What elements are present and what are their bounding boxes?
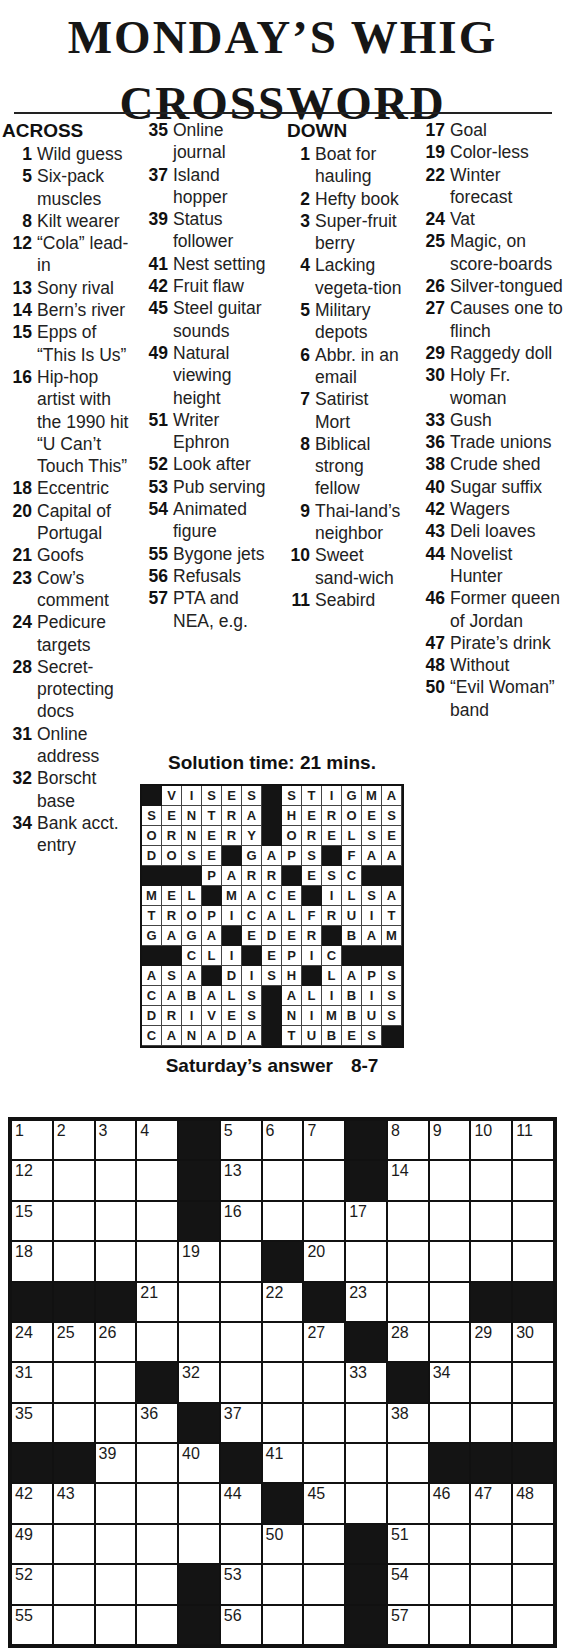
answer-block-cell bbox=[302, 966, 322, 986]
answer-block-cell bbox=[362, 946, 382, 966]
grid-cell[interactable]: 4 bbox=[136, 1120, 178, 1160]
cell-number: 7 bbox=[307, 1122, 316, 1140]
across-clue-list-2: 35Online journal37Island hopper39Status … bbox=[138, 119, 272, 632]
grid-cell[interactable] bbox=[95, 1201, 137, 1241]
grid-cell[interactable] bbox=[470, 1524, 512, 1564]
grid-cell[interactable] bbox=[387, 1201, 429, 1241]
grid-cell[interactable]: 5 bbox=[220, 1120, 262, 1160]
clue-text: Winter forecast bbox=[450, 164, 564, 209]
cell-number: 42 bbox=[15, 1485, 33, 1503]
grid-cell[interactable] bbox=[220, 1362, 262, 1402]
grid-cell[interactable] bbox=[95, 1483, 137, 1523]
grid-cell[interactable] bbox=[303, 1443, 345, 1483]
grid-cell[interactable] bbox=[470, 1362, 512, 1402]
grid-cell[interactable] bbox=[220, 1524, 262, 1564]
grid-cell[interactable]: 3 bbox=[95, 1120, 137, 1160]
cell-number: 10 bbox=[474, 1122, 492, 1140]
cell-number: 6 bbox=[266, 1122, 275, 1140]
down-clues-column-1: DOWN 1Boat for hauling2Hefty book3Super-… bbox=[272, 119, 405, 611]
clue-item: 40Sugar suffix bbox=[407, 476, 564, 498]
grid-cell[interactable] bbox=[429, 1160, 471, 1200]
cell-number: 31 bbox=[15, 1364, 33, 1382]
clue-item: 4Lacking vegeta-tion bbox=[272, 254, 405, 299]
clue-item: 21Goofs bbox=[2, 544, 136, 566]
grid-cell[interactable] bbox=[95, 1564, 137, 1604]
block-cell bbox=[345, 1605, 387, 1645]
grid-cell[interactable] bbox=[303, 1524, 345, 1564]
clue-number: 36 bbox=[407, 431, 450, 453]
answer-letter-cell: I bbox=[362, 986, 382, 1006]
grid-cell[interactable] bbox=[136, 1443, 178, 1483]
grid-cell[interactable]: 19 bbox=[178, 1241, 220, 1281]
grid-cell[interactable] bbox=[95, 1524, 137, 1564]
clue-item: 1Boat for hauling bbox=[272, 143, 405, 188]
answer-letter-cell: A bbox=[382, 846, 402, 866]
answer-letter-cell: G bbox=[142, 926, 162, 946]
grid-cell[interactable]: 14 bbox=[387, 1160, 429, 1200]
grid-cell[interactable]: 50 bbox=[262, 1524, 304, 1564]
grid-cell[interactable] bbox=[303, 1201, 345, 1241]
cell-number: 47 bbox=[474, 1485, 492, 1503]
grid-cell[interactable] bbox=[470, 1403, 512, 1443]
cell-number: 30 bbox=[516, 1324, 534, 1342]
grid-cell[interactable] bbox=[53, 1524, 95, 1564]
answer-letter-cell: A bbox=[362, 846, 382, 866]
answer-letter-cell: N bbox=[182, 1026, 202, 1046]
clue-item: 27Causes one to flinch bbox=[407, 297, 564, 342]
clue-text: Nest setting bbox=[173, 253, 272, 275]
clue-item: 33Gush bbox=[407, 409, 564, 431]
grid-cell[interactable]: 49 bbox=[11, 1524, 53, 1564]
clue-number: 2 bbox=[272, 188, 315, 210]
across-clue-list-1: 1Wild guess5Six-pack muscles8Kilt wearer… bbox=[2, 143, 136, 857]
clue-text: Abbr. in an email bbox=[315, 344, 405, 389]
grid-cell[interactable] bbox=[303, 1403, 345, 1443]
block-cell bbox=[11, 1282, 53, 1322]
clue-text: Wagers bbox=[450, 498, 564, 520]
answer-letter-cell: E bbox=[162, 806, 182, 826]
answer-letter-cell: G bbox=[242, 846, 262, 866]
grid-cell[interactable] bbox=[512, 1605, 554, 1645]
cell-number: 36 bbox=[140, 1405, 158, 1423]
clue-number: 30 bbox=[407, 364, 450, 409]
grid-cell[interactable] bbox=[220, 1282, 262, 1322]
grid-cell[interactable]: 21 bbox=[136, 1282, 178, 1322]
answer-letter-cell: R bbox=[162, 1006, 182, 1026]
grid-cell[interactable]: 47 bbox=[470, 1483, 512, 1523]
grid-cell[interactable] bbox=[512, 1403, 554, 1443]
grid-cell[interactable]: 35 bbox=[11, 1403, 53, 1443]
grid-cell[interactable] bbox=[220, 1241, 262, 1281]
answer-letter-cell: D bbox=[262, 926, 282, 946]
clue-number: 52 bbox=[138, 453, 173, 475]
grid-cell[interactable] bbox=[53, 1241, 95, 1281]
answer-letter-cell: I bbox=[182, 1006, 202, 1026]
answer-letter-cell: R bbox=[322, 906, 342, 926]
grid-cell[interactable] bbox=[95, 1605, 137, 1645]
grid-cell[interactable] bbox=[262, 1201, 304, 1241]
grid-cell[interactable]: 7 bbox=[303, 1120, 345, 1160]
grid-cell[interactable] bbox=[512, 1241, 554, 1281]
grid-cell[interactable] bbox=[53, 1160, 95, 1200]
clue-item: 24Vat bbox=[407, 208, 564, 230]
answer-letter-cell: A bbox=[262, 846, 282, 866]
grid-cell[interactable]: 51 bbox=[387, 1524, 429, 1564]
grid-cell[interactable] bbox=[512, 1362, 554, 1402]
clue-number: 14 bbox=[2, 299, 37, 321]
block-cell bbox=[303, 1282, 345, 1322]
answer-letter-cell: I bbox=[322, 986, 342, 1006]
clue-item: 25Magic, on score-boards bbox=[407, 230, 564, 275]
clue-text: Lacking vegeta-tion bbox=[315, 254, 405, 299]
grid-cell[interactable] bbox=[53, 1605, 95, 1645]
grid-cell[interactable]: 33 bbox=[345, 1362, 387, 1402]
answer-block-cell bbox=[142, 946, 162, 966]
grid-cell[interactable] bbox=[470, 1241, 512, 1281]
clue-item: 45Steel guitar sounds bbox=[138, 297, 272, 342]
grid-cell[interactable] bbox=[262, 1322, 304, 1362]
answer-letter-cell: R bbox=[242, 866, 262, 886]
grid-cell[interactable] bbox=[345, 1403, 387, 1443]
answer-letter-cell: R bbox=[302, 926, 322, 946]
answer-block-cell bbox=[362, 866, 382, 886]
clue-number: 24 bbox=[2, 611, 37, 656]
grid-cell[interactable] bbox=[387, 1483, 429, 1523]
clue-text: Novelist Hunter bbox=[450, 543, 564, 588]
clue-number: 35 bbox=[138, 119, 173, 164]
grid-cell[interactable]: 15 bbox=[11, 1201, 53, 1241]
answer-letter-cell: L bbox=[342, 826, 362, 846]
grid-cell[interactable] bbox=[429, 1322, 471, 1362]
answer-letter-cell: L bbox=[202, 946, 222, 966]
answer-letter-cell: S bbox=[142, 806, 162, 826]
clue-item: 26Silver-tongued bbox=[407, 275, 564, 297]
answer-letter-cell: S bbox=[382, 986, 402, 1006]
grid-cell[interactable]: 24 bbox=[11, 1322, 53, 1362]
grid-cell[interactable] bbox=[387, 1241, 429, 1281]
grid-cell[interactable] bbox=[136, 1322, 178, 1362]
cell-number: 29 bbox=[474, 1324, 492, 1342]
answer-letter-cell: A bbox=[382, 786, 402, 806]
grid-cell[interactable] bbox=[136, 1564, 178, 1604]
grid-cell[interactable] bbox=[136, 1524, 178, 1564]
grid-cell[interactable] bbox=[470, 1605, 512, 1645]
cell-number: 40 bbox=[182, 1445, 200, 1463]
cell-number: 53 bbox=[224, 1566, 242, 1584]
clue-number: 43 bbox=[407, 520, 450, 542]
cell-number: 56 bbox=[224, 1607, 242, 1625]
clue-item: 31Online address bbox=[2, 723, 136, 768]
grid-cell[interactable]: 28 bbox=[387, 1322, 429, 1362]
clue-item: 6Abbr. in an email bbox=[272, 344, 405, 389]
cell-number: 22 bbox=[266, 1284, 284, 1302]
cell-number: 35 bbox=[15, 1405, 33, 1423]
clue-item: 14Bern’s river bbox=[2, 299, 136, 321]
answer-block-cell bbox=[322, 926, 342, 946]
cell-number: 15 bbox=[15, 1203, 33, 1221]
clue-number: 3 bbox=[272, 210, 315, 255]
answer-letter-cell: E bbox=[302, 866, 322, 886]
grid-cell[interactable] bbox=[220, 1322, 262, 1362]
grid-cell[interactable] bbox=[95, 1241, 137, 1281]
clue-text: Goal bbox=[450, 119, 564, 141]
cell-number: 44 bbox=[224, 1485, 242, 1503]
grid-cell[interactable] bbox=[345, 1443, 387, 1483]
grid-cell[interactable]: 20 bbox=[303, 1241, 345, 1281]
grid-cell[interactable]: 32 bbox=[178, 1362, 220, 1402]
grid-cell[interactable] bbox=[178, 1282, 220, 1322]
clue-number: 8 bbox=[2, 210, 37, 232]
answer-letter-cell: G bbox=[182, 926, 202, 946]
clue-number: 42 bbox=[407, 498, 450, 520]
grid-cell[interactable]: 52 bbox=[11, 1564, 53, 1604]
clue-number: 18 bbox=[2, 477, 37, 499]
answer-letter-cell: A bbox=[202, 986, 222, 1006]
answer-letter-cell: A bbox=[362, 926, 382, 946]
solution-caption: Saturday’s answer bbox=[166, 1055, 333, 1077]
grid-cell[interactable]: 13 bbox=[220, 1160, 262, 1200]
grid-cell[interactable] bbox=[53, 1403, 95, 1443]
grid-cell[interactable] bbox=[429, 1201, 471, 1241]
answer-letter-cell: S bbox=[162, 966, 182, 986]
clue-text: Silver-tongued bbox=[450, 275, 564, 297]
clue-number: 49 bbox=[138, 342, 173, 409]
clue-number: 38 bbox=[407, 453, 450, 475]
grid-cell[interactable]: 36 bbox=[136, 1403, 178, 1443]
grid-cell[interactable]: 31 bbox=[11, 1362, 53, 1402]
grid-cell[interactable] bbox=[178, 1483, 220, 1523]
grid-cell[interactable]: 37 bbox=[220, 1403, 262, 1443]
grid-cell[interactable] bbox=[136, 1241, 178, 1281]
grid-cell[interactable] bbox=[429, 1241, 471, 1281]
grid-cell[interactable] bbox=[387, 1282, 429, 1322]
clue-number: 26 bbox=[407, 275, 450, 297]
answer-letter-cell: I bbox=[322, 886, 342, 906]
answer-letter-cell: F bbox=[302, 906, 322, 926]
grid-cell[interactable]: 2 bbox=[53, 1120, 95, 1160]
grid-cell[interactable] bbox=[429, 1564, 471, 1604]
cell-number: 41 bbox=[266, 1445, 284, 1463]
grid-cell[interactable] bbox=[136, 1605, 178, 1645]
answer-letter-cell: I bbox=[362, 906, 382, 926]
grid-cell[interactable] bbox=[345, 1241, 387, 1281]
answer-letter-cell: S bbox=[242, 1006, 262, 1026]
grid-cell[interactable] bbox=[262, 1564, 304, 1604]
grid-cell[interactable]: 38 bbox=[387, 1403, 429, 1443]
clue-item: 24Pedicure targets bbox=[2, 611, 136, 656]
grid-cell[interactable] bbox=[470, 1160, 512, 1200]
answer-block-cell bbox=[142, 866, 162, 886]
grid-cell[interactable]: 17 bbox=[345, 1201, 387, 1241]
clue-text: Hefty book bbox=[315, 188, 405, 210]
grid-cell[interactable]: 30 bbox=[512, 1322, 554, 1362]
grid-cell[interactable] bbox=[303, 1362, 345, 1402]
grid-cell[interactable]: 39 bbox=[95, 1443, 137, 1483]
grid-cell[interactable]: 11 bbox=[512, 1120, 554, 1160]
answer-letter-cell: L bbox=[282, 906, 302, 926]
grid-cell[interactable] bbox=[303, 1564, 345, 1604]
clue-number: 57 bbox=[138, 587, 173, 632]
grid-cell[interactable] bbox=[95, 1403, 137, 1443]
grid-cell[interactable] bbox=[429, 1605, 471, 1645]
block-cell bbox=[53, 1282, 95, 1322]
clue-text: Kilt wearer bbox=[37, 210, 136, 232]
grid-cell[interactable] bbox=[387, 1443, 429, 1483]
grid-cell[interactable] bbox=[512, 1201, 554, 1241]
grid-cell[interactable]: 54 bbox=[387, 1564, 429, 1604]
grid-cell[interactable]: 43 bbox=[53, 1483, 95, 1523]
grid-cell[interactable]: 26 bbox=[95, 1322, 137, 1362]
answer-letter-cell: E bbox=[282, 886, 302, 906]
clue-number: 21 bbox=[2, 544, 37, 566]
clue-text: Boat for hauling bbox=[315, 143, 405, 188]
grid-cell[interactable]: 45 bbox=[303, 1483, 345, 1523]
clue-text: Bygone jets bbox=[173, 543, 272, 565]
grid-cell[interactable] bbox=[262, 1605, 304, 1645]
answer-letter-cell: Y bbox=[242, 826, 262, 846]
answer-letter-cell: R bbox=[222, 806, 242, 826]
clue-item: 32Borscht base bbox=[2, 767, 136, 812]
answer-letter-cell: I bbox=[302, 946, 322, 966]
grid-cell[interactable]: 16 bbox=[220, 1201, 262, 1241]
grid-cell[interactable] bbox=[429, 1403, 471, 1443]
grid-cell[interactable]: 44 bbox=[220, 1483, 262, 1523]
answer-letter-cell: S bbox=[362, 1026, 382, 1046]
grid-cell[interactable]: 22 bbox=[262, 1282, 304, 1322]
cell-number: 27 bbox=[307, 1324, 325, 1342]
cell-number: 38 bbox=[391, 1405, 409, 1423]
newspaper-crossword-page: MONDAY’S WHIG CROSSWORD ACROSS 1Wild gue… bbox=[0, 0, 565, 1651]
grid-cell[interactable]: 25 bbox=[53, 1322, 95, 1362]
clue-item: 50“Evil Woman” band bbox=[407, 676, 564, 721]
answer-letter-cell: S bbox=[302, 846, 322, 866]
answer-letter-cell: I bbox=[182, 786, 202, 806]
cell-number: 51 bbox=[391, 1526, 409, 1544]
grid-cell[interactable]: 18 bbox=[11, 1241, 53, 1281]
grid-cell[interactable] bbox=[95, 1362, 137, 1402]
answer-letter-cell: E bbox=[322, 826, 342, 846]
grid-cell[interactable]: 12 bbox=[11, 1160, 53, 1200]
grid-cell[interactable] bbox=[262, 1160, 304, 1200]
grid-cell[interactable] bbox=[345, 1483, 387, 1523]
answer-letter-cell: C bbox=[242, 906, 262, 926]
clue-number: 42 bbox=[138, 275, 173, 297]
grid-cell[interactable] bbox=[178, 1524, 220, 1564]
grid-cell[interactable] bbox=[470, 1201, 512, 1241]
grid-cell[interactable]: 46 bbox=[429, 1483, 471, 1523]
answer-letter-cell: S bbox=[242, 786, 262, 806]
grid-cell[interactable] bbox=[95, 1160, 137, 1200]
answer-letter-cell: F bbox=[342, 846, 362, 866]
grid-cell[interactable] bbox=[512, 1564, 554, 1604]
cell-number: 1 bbox=[15, 1122, 24, 1140]
clue-text: Sony rival bbox=[37, 277, 136, 299]
clue-item: 57PTA and NEA, e.g. bbox=[138, 587, 272, 632]
cell-number: 57 bbox=[391, 1607, 409, 1625]
grid-cell[interactable]: 29 bbox=[470, 1322, 512, 1362]
clue-text: Fruit flaw bbox=[173, 275, 272, 297]
clue-text: “Cola” lead-in bbox=[37, 232, 136, 277]
clue-text: Secret-protecting docs bbox=[37, 656, 136, 723]
answer-block-cell bbox=[162, 946, 182, 966]
grid-cell[interactable] bbox=[303, 1160, 345, 1200]
grid-cell[interactable] bbox=[429, 1524, 471, 1564]
cell-number: 4 bbox=[140, 1122, 149, 1140]
grid-cell[interactable] bbox=[262, 1362, 304, 1402]
grid-cell[interactable]: 6 bbox=[262, 1120, 304, 1160]
grid-cell[interactable] bbox=[303, 1605, 345, 1645]
grid-cell[interactable]: 10 bbox=[470, 1120, 512, 1160]
grid-cell[interactable]: 1 bbox=[11, 1120, 53, 1160]
answer-letter-cell: A bbox=[162, 1026, 182, 1046]
clue-text: Bank acct. entry bbox=[37, 812, 136, 857]
grid-cell[interactable]: 41 bbox=[262, 1443, 304, 1483]
clue-number: 46 bbox=[407, 587, 450, 632]
cell-number: 5 bbox=[224, 1122, 233, 1140]
grid-cell[interactable] bbox=[53, 1564, 95, 1604]
grid-cell[interactable] bbox=[136, 1160, 178, 1200]
answer-letter-cell: S bbox=[362, 826, 382, 846]
cell-number: 13 bbox=[224, 1162, 242, 1180]
clue-item: 5Six-pack muscles bbox=[2, 165, 136, 210]
cell-number: 20 bbox=[307, 1243, 325, 1261]
grid-cell[interactable] bbox=[470, 1564, 512, 1604]
cell-number: 52 bbox=[15, 1566, 33, 1584]
grid-cell[interactable]: 23 bbox=[345, 1282, 387, 1322]
block-cell bbox=[178, 1403, 220, 1443]
block-cell bbox=[178, 1605, 220, 1645]
grid-cell[interactable] bbox=[53, 1201, 95, 1241]
grid-cell[interactable] bbox=[53, 1362, 95, 1402]
cell-number: 19 bbox=[182, 1243, 200, 1261]
clue-number: 39 bbox=[138, 208, 173, 253]
grid-cell[interactable] bbox=[512, 1524, 554, 1564]
grid-cell[interactable]: 34 bbox=[429, 1362, 471, 1402]
cell-number: 48 bbox=[516, 1485, 534, 1503]
clue-item: 18Eccentric bbox=[2, 477, 136, 499]
answer-letter-cell: E bbox=[242, 926, 262, 946]
grid-cell[interactable] bbox=[429, 1282, 471, 1322]
clue-text: Former queen of Jordan bbox=[450, 587, 564, 632]
answer-block-cell bbox=[222, 926, 242, 946]
grid-cell[interactable]: 57 bbox=[387, 1605, 429, 1645]
answer-block-cell bbox=[262, 806, 282, 826]
grid-cell[interactable]: 55 bbox=[11, 1605, 53, 1645]
grid-cell[interactable]: 53 bbox=[220, 1564, 262, 1604]
clue-number: 1 bbox=[272, 143, 315, 188]
grid-cell[interactable] bbox=[262, 1403, 304, 1443]
answer-block-cell bbox=[282, 866, 302, 886]
answer-letter-cell: D bbox=[142, 846, 162, 866]
grid-cell[interactable]: 40 bbox=[178, 1443, 220, 1483]
grid-cell[interactable]: 27 bbox=[303, 1322, 345, 1362]
clue-item: 49Natural viewing height bbox=[138, 342, 272, 409]
grid-cell[interactable]: 42 bbox=[11, 1483, 53, 1523]
grid-cell[interactable] bbox=[512, 1160, 554, 1200]
grid-cell[interactable]: 8 bbox=[387, 1120, 429, 1160]
grid-cell[interactable]: 9 bbox=[429, 1120, 471, 1160]
answer-letter-cell: N bbox=[182, 826, 202, 846]
grid-cell[interactable]: 48 bbox=[512, 1483, 554, 1523]
clue-number: 15 bbox=[2, 321, 37, 366]
block-cell bbox=[470, 1443, 512, 1483]
clue-text: Refusals bbox=[173, 565, 272, 587]
grid-cell[interactable] bbox=[178, 1322, 220, 1362]
grid-cell[interactable] bbox=[136, 1201, 178, 1241]
grid-cell[interactable]: 56 bbox=[220, 1605, 262, 1645]
clue-text: Steel guitar sounds bbox=[173, 297, 272, 342]
grid-cell[interactable] bbox=[136, 1483, 178, 1523]
